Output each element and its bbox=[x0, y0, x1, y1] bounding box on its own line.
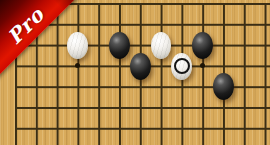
white-stone-h17[interactable] bbox=[151, 32, 172, 59]
last-move-circle-marker bbox=[174, 58, 190, 74]
intersection-f17[interactable] bbox=[109, 35, 130, 56]
intersection-j16[interactable] bbox=[171, 56, 192, 77]
intersection-k17[interactable] bbox=[192, 35, 213, 56]
intersection-d17[interactable] bbox=[67, 35, 88, 56]
white-stone-d17[interactable] bbox=[67, 32, 88, 59]
intersection-g16[interactable] bbox=[130, 56, 151, 77]
star-point bbox=[67, 56, 88, 77]
intersection-l15[interactable] bbox=[213, 76, 234, 97]
white-stone-j16[interactable] bbox=[171, 53, 192, 80]
black-stone-k17[interactable] bbox=[192, 32, 213, 59]
star-point-dot bbox=[200, 63, 205, 68]
black-stone-l15[interactable] bbox=[213, 73, 234, 100]
intersection-h17[interactable] bbox=[151, 35, 172, 56]
star-point-dot bbox=[75, 63, 80, 68]
black-stone-f17[interactable] bbox=[109, 32, 130, 59]
go-board-screenshot: Pro bbox=[0, 0, 270, 145]
star-point bbox=[192, 56, 213, 77]
black-stone-g16[interactable] bbox=[130, 53, 151, 80]
